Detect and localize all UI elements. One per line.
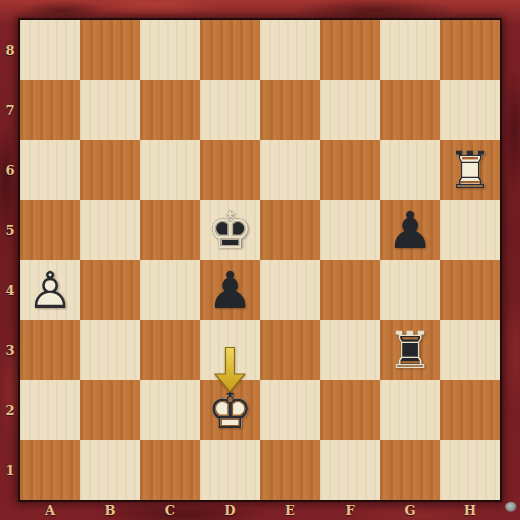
square-f5[interactable] bbox=[320, 200, 380, 260]
square-c7[interactable] bbox=[140, 80, 200, 140]
square-d3[interactable] bbox=[200, 320, 260, 380]
square-d2[interactable]: ♚♔ bbox=[200, 380, 260, 440]
square-a4[interactable]: ♟♙ bbox=[20, 260, 80, 320]
file-label-a: A bbox=[20, 500, 80, 520]
rank-label-2: 2 bbox=[0, 380, 20, 440]
square-g6[interactable] bbox=[380, 140, 440, 200]
square-a2[interactable] bbox=[20, 380, 80, 440]
file-label-b: B bbox=[80, 500, 140, 520]
square-b8[interactable] bbox=[80, 20, 140, 80]
piece-black-rook[interactable]: ♜♖ bbox=[380, 320, 440, 380]
square-e1[interactable] bbox=[260, 440, 320, 500]
square-h1[interactable] bbox=[440, 440, 500, 500]
black-rook-outline: ♖ bbox=[380, 321, 440, 381]
square-h6[interactable]: ♜♖ bbox=[440, 140, 500, 200]
white-pawn-outline: ♙ bbox=[20, 261, 80, 321]
rank-labels: 87654321 bbox=[0, 20, 20, 500]
rank-label-4: 4 bbox=[0, 260, 20, 320]
square-a7[interactable] bbox=[20, 80, 80, 140]
rank-label-5: 5 bbox=[0, 200, 20, 260]
square-h8[interactable] bbox=[440, 20, 500, 80]
black-king-outline: ♔ bbox=[200, 201, 260, 261]
square-h2[interactable] bbox=[440, 380, 500, 440]
square-c4[interactable] bbox=[140, 260, 200, 320]
black-pawn-glyph: ♟ bbox=[380, 201, 440, 261]
square-c6[interactable] bbox=[140, 140, 200, 200]
square-h5[interactable] bbox=[440, 200, 500, 260]
square-g7[interactable] bbox=[380, 80, 440, 140]
piece-black-pawn[interactable]: ♟ bbox=[200, 260, 260, 320]
piece-white-rook[interactable]: ♜♖ bbox=[440, 140, 500, 200]
piece-white-king[interactable]: ♚♔ bbox=[200, 380, 260, 440]
file-label-e: E bbox=[260, 500, 320, 520]
square-e7[interactable] bbox=[260, 80, 320, 140]
square-f1[interactable] bbox=[320, 440, 380, 500]
square-c8[interactable] bbox=[140, 20, 200, 80]
square-d7[interactable] bbox=[200, 80, 260, 140]
rank-label-7: 7 bbox=[0, 80, 20, 140]
square-d5[interactable]: ♚♔ bbox=[200, 200, 260, 260]
square-c2[interactable] bbox=[140, 380, 200, 440]
square-e6[interactable] bbox=[260, 140, 320, 200]
square-d4[interactable]: ♟ bbox=[200, 260, 260, 320]
square-b5[interactable] bbox=[80, 200, 140, 260]
square-a5[interactable] bbox=[20, 200, 80, 260]
square-e5[interactable] bbox=[260, 200, 320, 260]
file-label-f: F bbox=[320, 500, 380, 520]
square-b6[interactable] bbox=[80, 140, 140, 200]
square-a3[interactable] bbox=[20, 320, 80, 380]
square-g8[interactable] bbox=[380, 20, 440, 80]
white-king-outline: ♔ bbox=[200, 381, 260, 441]
white-rook-outline: ♖ bbox=[440, 141, 500, 201]
chess-board: ♜♖♚♔♟♟♙♟♜♖♚♔ bbox=[20, 20, 500, 500]
piece-black-king[interactable]: ♚♔ bbox=[200, 200, 260, 260]
file-label-h: H bbox=[440, 500, 500, 520]
square-e2[interactable] bbox=[260, 380, 320, 440]
file-label-c: C bbox=[140, 500, 200, 520]
square-b7[interactable] bbox=[80, 80, 140, 140]
square-b3[interactable] bbox=[80, 320, 140, 380]
square-g4[interactable] bbox=[380, 260, 440, 320]
square-g5[interactable]: ♟ bbox=[380, 200, 440, 260]
square-a1[interactable] bbox=[20, 440, 80, 500]
square-g3[interactable]: ♜♖ bbox=[380, 320, 440, 380]
file-label-g: G bbox=[380, 500, 440, 520]
square-f3[interactable] bbox=[320, 320, 380, 380]
corner-dot bbox=[505, 502, 517, 512]
square-f2[interactable] bbox=[320, 380, 380, 440]
square-c5[interactable] bbox=[140, 200, 200, 260]
square-h7[interactable] bbox=[440, 80, 500, 140]
file-labels: ABCDEFGH bbox=[20, 500, 500, 520]
square-f8[interactable] bbox=[320, 20, 380, 80]
square-b4[interactable] bbox=[80, 260, 140, 320]
square-a8[interactable] bbox=[20, 20, 80, 80]
square-d1[interactable] bbox=[200, 440, 260, 500]
square-d8[interactable] bbox=[200, 20, 260, 80]
square-b2[interactable] bbox=[80, 380, 140, 440]
file-label-d: D bbox=[200, 500, 260, 520]
piece-black-pawn[interactable]: ♟ bbox=[380, 200, 440, 260]
rank-label-6: 6 bbox=[0, 140, 20, 200]
square-f4[interactable] bbox=[320, 260, 380, 320]
rank-label-8: 8 bbox=[0, 20, 20, 80]
square-f7[interactable] bbox=[320, 80, 380, 140]
square-g2[interactable] bbox=[380, 380, 440, 440]
rank-label-3: 3 bbox=[0, 320, 20, 380]
rank-label-1: 1 bbox=[0, 440, 20, 500]
square-d6[interactable] bbox=[200, 140, 260, 200]
black-pawn-glyph: ♟ bbox=[200, 261, 260, 321]
square-h3[interactable] bbox=[440, 320, 500, 380]
square-b1[interactable] bbox=[80, 440, 140, 500]
square-f6[interactable] bbox=[320, 140, 380, 200]
square-a6[interactable] bbox=[20, 140, 80, 200]
piece-white-pawn[interactable]: ♟♙ bbox=[20, 260, 80, 320]
square-e4[interactable] bbox=[260, 260, 320, 320]
square-c1[interactable] bbox=[140, 440, 200, 500]
square-e8[interactable] bbox=[260, 20, 320, 80]
square-h4[interactable] bbox=[440, 260, 500, 320]
board-frame: ♜♖♚♔♟♟♙♟♜♖♚♔ 87654321 ABCDEFGH bbox=[0, 0, 520, 520]
square-e3[interactable] bbox=[260, 320, 320, 380]
square-g1[interactable] bbox=[380, 440, 440, 500]
square-c3[interactable] bbox=[140, 320, 200, 380]
